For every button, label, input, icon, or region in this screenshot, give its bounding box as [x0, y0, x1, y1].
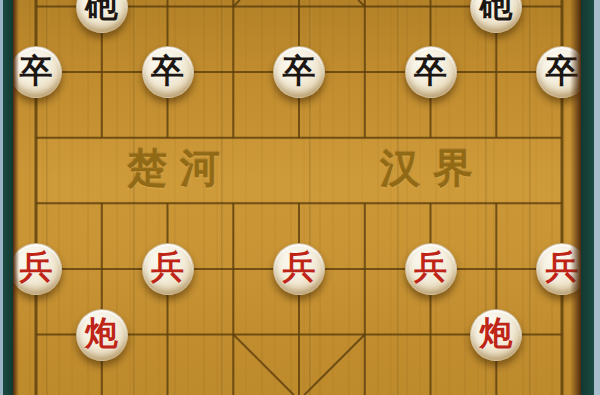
- piece-red-cannon[interactable]: 炮: [76, 309, 128, 361]
- piece-glyph: 卒: [151, 55, 184, 88]
- right-teal-frame-edge: [581, 0, 594, 395]
- piece-glyph: 炮: [480, 317, 513, 350]
- left-frame-shadow: [13, 0, 19, 395]
- piece-red-soldier[interactable]: 兵: [142, 243, 194, 295]
- piece-glyph: 砲: [85, 0, 118, 22]
- piece-glyph: 兵: [283, 251, 316, 284]
- piece-glyph: 兵: [414, 251, 447, 284]
- piece-glyph: 卒: [20, 55, 53, 88]
- right-frame-shadow: [570, 0, 581, 395]
- piece-red-soldier[interactable]: 兵: [273, 243, 325, 295]
- river-label-han-jie: 汉界: [380, 147, 486, 191]
- right-outer-blue-edge: [594, 0, 600, 395]
- piece-black-soldier[interactable]: 卒: [142, 46, 194, 98]
- piece-red-soldier[interactable]: 兵: [405, 243, 457, 295]
- piece-glyph: 炮: [85, 317, 118, 350]
- piece-red-cannon[interactable]: 炮: [470, 309, 522, 361]
- xiangqi-board: 楚河 汉界 砲砲卒卒卒卒卒兵兵兵兵兵炮炮: [0, 0, 600, 395]
- piece-black-soldier[interactable]: 卒: [405, 46, 457, 98]
- piece-glyph: 砲: [480, 0, 513, 22]
- piece-glyph: 兵: [151, 251, 184, 284]
- river-label-chu-he: 楚河: [127, 147, 233, 191]
- piece-glyph: 卒: [414, 55, 447, 88]
- piece-glyph: 兵: [20, 251, 53, 284]
- left-teal-frame-edge: [3, 0, 13, 395]
- piece-black-soldier[interactable]: 卒: [273, 46, 325, 98]
- piece-glyph: 卒: [283, 55, 316, 88]
